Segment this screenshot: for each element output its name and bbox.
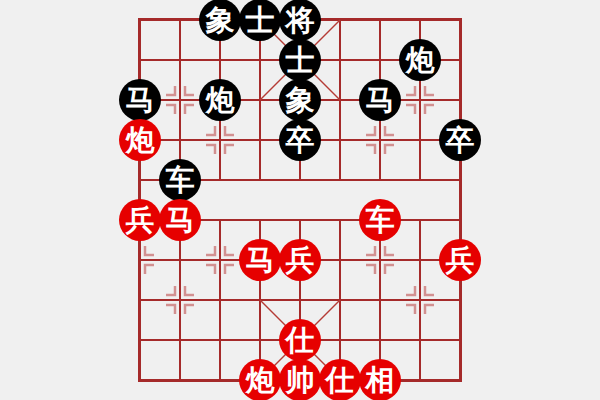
black-elephant[interactable]: 象 (279, 79, 321, 121)
red-advisor[interactable]: 仕 (279, 319, 321, 361)
red-cannon[interactable]: 炮 (239, 359, 281, 400)
black-advisor[interactable]: 士 (239, 0, 281, 41)
xiangqi-board: 象士将士炮马炮象马炮卒卒车兵马车马兵兵仕炮帅仕相 (0, 0, 600, 400)
black-horse[interactable]: 马 (119, 79, 161, 121)
red-general[interactable]: 帅 (279, 359, 321, 400)
red-horse[interactable]: 马 (239, 239, 281, 281)
pieces-layer: 象士将士炮马炮象马炮卒卒车兵马车马兵兵仕炮帅仕相 (0, 0, 600, 400)
black-elephant[interactable]: 象 (199, 0, 241, 41)
red-elephant[interactable]: 相 (359, 359, 401, 400)
black-soldier[interactable]: 卒 (439, 119, 481, 161)
black-chariot[interactable]: 车 (159, 159, 201, 201)
red-advisor[interactable]: 仕 (319, 359, 361, 400)
red-cannon[interactable]: 炮 (119, 119, 161, 161)
black-advisor[interactable]: 士 (279, 39, 321, 81)
black-soldier[interactable]: 卒 (279, 119, 321, 161)
red-horse[interactable]: 马 (159, 199, 201, 241)
red-soldier[interactable]: 兵 (439, 239, 481, 281)
black-horse[interactable]: 马 (359, 79, 401, 121)
black-general[interactable]: 将 (279, 0, 321, 41)
red-soldier[interactable]: 兵 (279, 239, 321, 281)
red-soldier[interactable]: 兵 (119, 199, 161, 241)
black-cannon[interactable]: 炮 (399, 39, 441, 81)
black-cannon[interactable]: 炮 (199, 79, 241, 121)
red-chariot[interactable]: 车 (359, 199, 401, 241)
